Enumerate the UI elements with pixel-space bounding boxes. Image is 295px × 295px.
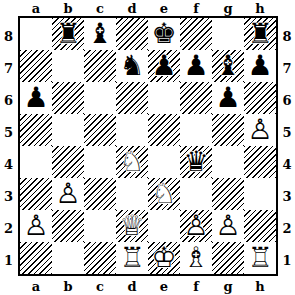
square-e3[interactable]: ♞♘	[148, 178, 180, 210]
square-e6[interactable]	[148, 82, 180, 114]
square-f2[interactable]: ♟♙	[180, 210, 212, 242]
file-label-top-f: f	[180, 1, 212, 16]
piece-backing: ♞	[116, 146, 148, 178]
square-h2[interactable]	[244, 210, 276, 242]
piece-backing: ♞	[148, 178, 180, 210]
square-g3[interactable]	[212, 178, 244, 210]
rank-label-right-2: 2	[279, 212, 295, 244]
piece-white-rook[interactable]: ♖	[244, 242, 276, 274]
file-label-top-e: e	[148, 1, 180, 16]
piece-black-pawn[interactable]: ♟	[180, 50, 212, 82]
piece-white-queen[interactable]: ♕	[116, 210, 148, 242]
piece-backing: ♚	[148, 242, 180, 274]
file-label-bottom-g: g	[212, 279, 244, 295]
piece-black-queen[interactable]: ♛	[180, 146, 212, 178]
square-g2[interactable]: ♟♙	[212, 210, 244, 242]
piece-black-pawn[interactable]: ♟	[20, 82, 52, 114]
piece-backing: ♟	[52, 178, 84, 210]
square-a7[interactable]	[20, 50, 52, 82]
rank-label-right-4: 4	[279, 148, 295, 180]
file-label-top-g: g	[212, 1, 244, 16]
square-h5[interactable]: ♟♙	[244, 114, 276, 146]
piece-backing: ♛	[116, 210, 148, 242]
square-g7[interactable]: ♝	[212, 50, 244, 82]
square-d8[interactable]	[116, 18, 148, 50]
piece-black-knight[interactable]: ♞	[116, 50, 148, 82]
file-label-bottom-a: a	[20, 279, 52, 295]
rank-label-right-3: 3	[279, 180, 295, 212]
square-b3[interactable]: ♟♙	[52, 178, 84, 210]
square-b5[interactable]	[52, 114, 84, 146]
piece-backing: ♝	[180, 242, 212, 274]
square-b2[interactable]	[52, 210, 84, 242]
square-b4[interactable]	[52, 146, 84, 178]
file-label-bottom-d: d	[116, 279, 148, 295]
square-f3[interactable]	[180, 178, 212, 210]
square-h7[interactable]: ♟	[244, 50, 276, 82]
piece-black-rook[interactable]: ♜	[244, 18, 276, 50]
square-a3[interactable]	[20, 178, 52, 210]
square-h1[interactable]: ♜♖	[244, 242, 276, 274]
rank-label-right-7: 7	[279, 52, 295, 84]
piece-white-pawn[interactable]: ♙	[212, 210, 244, 242]
rank-label-left-3: 3	[0, 180, 17, 212]
piece-white-rook[interactable]: ♖	[116, 242, 148, 274]
square-c5[interactable]	[84, 114, 116, 146]
piece-black-pawn[interactable]: ♟	[148, 50, 180, 82]
piece-black-pawn[interactable]: ♟	[212, 82, 244, 114]
square-b1[interactable]	[52, 242, 84, 274]
square-d4[interactable]: ♞♘	[116, 146, 148, 178]
chess-diagram: abcdefgh abcdefgh 87654321 87654321 ♜♝♚♜…	[0, 0, 295, 295]
file-label-top-h: h	[244, 1, 276, 16]
piece-backing: ♜	[116, 242, 148, 274]
rank-labels-right: 87654321	[279, 20, 295, 276]
piece-black-bishop[interactable]: ♝	[212, 50, 244, 82]
piece-white-knight[interactable]: ♘	[148, 178, 180, 210]
file-label-top-a: a	[20, 1, 52, 16]
square-g8[interactable]	[212, 18, 244, 50]
file-label-top-c: c	[84, 1, 116, 16]
square-f8[interactable]	[180, 18, 212, 50]
piece-white-pawn[interactable]: ♙	[180, 210, 212, 242]
square-e2[interactable]	[148, 210, 180, 242]
square-a8[interactable]	[20, 18, 52, 50]
square-h6[interactable]	[244, 82, 276, 114]
square-d2[interactable]: ♛♕	[116, 210, 148, 242]
square-f6[interactable]	[180, 82, 212, 114]
piece-white-pawn[interactable]: ♙	[244, 114, 276, 146]
square-d1[interactable]: ♜♖	[116, 242, 148, 274]
square-f1[interactable]: ♝♗	[180, 242, 212, 274]
square-e5[interactable]	[148, 114, 180, 146]
square-d5[interactable]	[116, 114, 148, 146]
square-b7[interactable]	[52, 50, 84, 82]
piece-white-pawn[interactable]: ♙	[52, 178, 84, 210]
square-e8[interactable]: ♚	[148, 18, 180, 50]
square-h3[interactable]	[244, 178, 276, 210]
rank-label-left-4: 4	[0, 148, 17, 180]
rank-label-right-1: 1	[279, 244, 295, 276]
piece-backing: ♟	[180, 210, 212, 242]
piece-white-pawn[interactable]: ♙	[20, 210, 52, 242]
rank-label-left-1: 1	[0, 244, 17, 276]
piece-black-king[interactable]: ♚	[148, 18, 180, 50]
square-a5[interactable]	[20, 114, 52, 146]
square-a1[interactable]	[20, 242, 52, 274]
rank-label-left-2: 2	[0, 212, 17, 244]
file-label-bottom-h: h	[244, 279, 276, 295]
piece-backing: ♟	[20, 210, 52, 242]
piece-black-bishop[interactable]: ♝	[84, 18, 116, 50]
square-d7[interactable]: ♞	[116, 50, 148, 82]
file-label-bottom-e: e	[148, 279, 180, 295]
file-labels-bottom: abcdefgh	[20, 279, 276, 295]
square-f4[interactable]: ♛	[180, 146, 212, 178]
square-a6[interactable]: ♟	[20, 82, 52, 114]
square-f5[interactable]	[180, 114, 212, 146]
square-h8[interactable]: ♜	[244, 18, 276, 50]
piece-white-bishop[interactable]: ♗	[180, 242, 212, 274]
file-label-bottom-f: f	[180, 279, 212, 295]
square-g6[interactable]: ♟	[212, 82, 244, 114]
piece-black-rook[interactable]: ♜	[52, 18, 84, 50]
piece-white-knight[interactable]: ♘	[116, 146, 148, 178]
square-e4[interactable]	[148, 146, 180, 178]
rank-label-left-7: 7	[0, 52, 17, 84]
rank-label-left-8: 8	[0, 20, 17, 52]
square-c7[interactable]	[84, 50, 116, 82]
square-e1[interactable]: ♚♔	[148, 242, 180, 274]
piece-backing: ♟	[212, 210, 244, 242]
square-c4[interactable]	[84, 146, 116, 178]
square-a4[interactable]	[20, 146, 52, 178]
piece-backing: ♟	[244, 114, 276, 146]
rank-label-left-6: 6	[0, 84, 17, 116]
rank-label-left-5: 5	[0, 116, 17, 148]
piece-white-king[interactable]: ♔	[148, 242, 180, 274]
square-g1[interactable]	[212, 242, 244, 274]
rank-label-right-5: 5	[279, 116, 295, 148]
file-label-bottom-b: b	[52, 279, 84, 295]
rank-labels-left: 87654321	[0, 20, 17, 276]
square-c6[interactable]	[84, 82, 116, 114]
square-a2[interactable]: ♟♙	[20, 210, 52, 242]
file-label-bottom-c: c	[84, 279, 116, 295]
square-c2[interactable]	[84, 210, 116, 242]
piece-backing: ♜	[244, 242, 276, 274]
square-h4[interactable]	[244, 146, 276, 178]
rank-label-right-6: 6	[279, 84, 295, 116]
piece-black-pawn[interactable]: ♟	[244, 50, 276, 82]
square-c3[interactable]	[84, 178, 116, 210]
square-b8[interactable]: ♜	[52, 18, 84, 50]
square-d3[interactable]	[116, 178, 148, 210]
file-labels-top: abcdefgh	[20, 1, 276, 16]
square-c1[interactable]	[84, 242, 116, 274]
file-label-top-b: b	[52, 1, 84, 16]
square-d6[interactable]	[116, 82, 148, 114]
square-g4[interactable]	[212, 146, 244, 178]
square-c8[interactable]: ♝	[84, 18, 116, 50]
square-f7[interactable]: ♟	[180, 50, 212, 82]
square-g5[interactable]	[212, 114, 244, 146]
square-b6[interactable]	[52, 82, 84, 114]
square-e7[interactable]: ♟	[148, 50, 180, 82]
rank-label-right-8: 8	[279, 20, 295, 52]
chess-board: ♜♝♚♜♞♟♟♝♟♟♟♟♙♞♘♛♟♙♞♘♟♙♛♕♟♙♟♙♜♖♚♔♝♗♜♖	[18, 16, 278, 276]
file-label-top-d: d	[116, 1, 148, 16]
